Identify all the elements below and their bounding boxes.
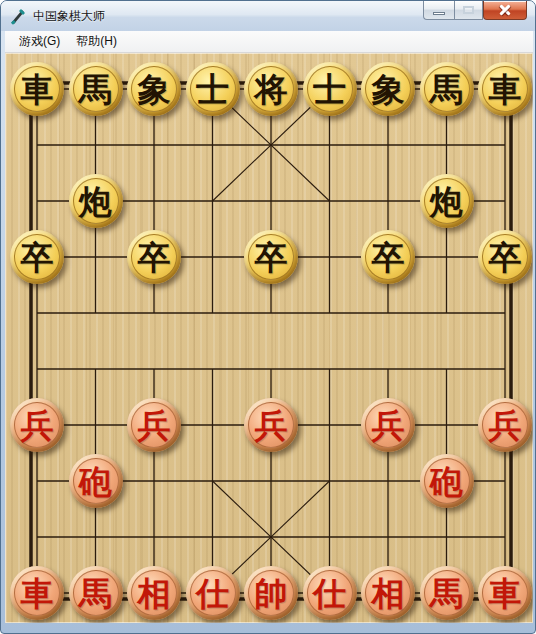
piece-black-elephant[interactable]: 象 <box>361 62 415 116</box>
piece-red-horse[interactable]: 馬 <box>420 566 474 620</box>
piece-glyph: 兵 <box>365 402 411 448</box>
piece-glyph: 兵 <box>248 402 294 448</box>
piece-glyph: 馬 <box>424 570 470 616</box>
minimize-icon <box>433 12 445 15</box>
piece-glyph: 帥 <box>248 570 294 616</box>
piece-glyph: 仕 <box>190 570 236 616</box>
piece-glyph: 卒 <box>365 234 411 280</box>
piece-glyph: 馬 <box>73 66 119 112</box>
piece-glyph: 車 <box>14 66 60 112</box>
piece-glyph: 将 <box>248 66 294 112</box>
piece-red-soldier[interactable]: 兵 <box>361 398 415 452</box>
piece-glyph: 象 <box>365 66 411 112</box>
minimize-button[interactable] <box>423 1 454 20</box>
piece-glyph: 卒 <box>248 234 294 280</box>
piece-black-soldier[interactable]: 卒 <box>478 230 532 284</box>
piece-glyph: 兵 <box>482 402 528 448</box>
piece-red-horse[interactable]: 馬 <box>69 566 123 620</box>
piece-black-general[interactable]: 将 <box>244 62 298 116</box>
piece-red-chariot[interactable]: 車 <box>478 566 532 620</box>
piece-glyph: 相 <box>131 570 177 616</box>
piece-glyph: 炮 <box>424 178 470 224</box>
piece-red-cannon[interactable]: 砲 <box>420 454 474 508</box>
piece-glyph: 車 <box>482 570 528 616</box>
piece-glyph: 兵 <box>131 402 177 448</box>
menubar: 游戏(G) 帮助(H) <box>5 31 533 53</box>
piece-red-soldier[interactable]: 兵 <box>10 398 64 452</box>
piece-glyph: 卒 <box>14 234 60 280</box>
menu-item-help[interactable]: 帮助(H) <box>68 30 125 53</box>
piece-glyph: 砲 <box>73 458 119 504</box>
piece-glyph: 馬 <box>73 570 119 616</box>
piece-red-soldier[interactable]: 兵 <box>478 398 532 452</box>
close-button[interactable] <box>483 1 527 20</box>
piece-glyph: 馬 <box>424 66 470 112</box>
piece-red-soldier[interactable]: 兵 <box>127 398 181 452</box>
piece-black-advisor[interactable]: 士 <box>186 62 240 116</box>
piece-glyph: 卒 <box>482 234 528 280</box>
piece-black-chariot[interactable]: 車 <box>10 62 64 116</box>
piece-red-elephant[interactable]: 相 <box>127 566 181 620</box>
piece-glyph: 士 <box>190 66 236 112</box>
piece-red-advisor[interactable]: 仕 <box>303 566 357 620</box>
piece-red-cannon[interactable]: 砲 <box>69 454 123 508</box>
piece-black-cannon[interactable]: 炮 <box>420 174 474 228</box>
app-window: 中国象棋大师 游戏(G) 帮助(H) 車馬象士将士象馬車炮炮卒卒卒卒卒兵兵兵兵兵… <box>0 0 536 634</box>
piece-glyph: 象 <box>131 66 177 112</box>
piece-red-general[interactable]: 帥 <box>244 566 298 620</box>
piece-glyph: 卒 <box>131 234 177 280</box>
board-grid <box>5 53 533 623</box>
piece-black-soldier[interactable]: 卒 <box>244 230 298 284</box>
piece-glyph: 士 <box>307 66 353 112</box>
piece-glyph: 仕 <box>307 570 353 616</box>
piece-red-soldier[interactable]: 兵 <box>244 398 298 452</box>
piece-red-chariot[interactable]: 車 <box>10 566 64 620</box>
piece-black-advisor[interactable]: 士 <box>303 62 357 116</box>
xiangqi-board[interactable]: 車馬象士将士象馬車炮炮卒卒卒卒卒兵兵兵兵兵砲砲車馬相仕帥仕相馬車 <box>5 53 533 623</box>
titlebar[interactable]: 中国象棋大师 <box>1 1 535 31</box>
piece-black-horse[interactable]: 馬 <box>69 62 123 116</box>
piece-black-chariot[interactable]: 車 <box>478 62 532 116</box>
menu-item-game[interactable]: 游戏(G) <box>11 30 68 53</box>
piece-black-soldier[interactable]: 卒 <box>361 230 415 284</box>
maximize-button[interactable] <box>454 1 483 20</box>
piece-red-advisor[interactable]: 仕 <box>186 566 240 620</box>
piece-black-soldier[interactable]: 卒 <box>10 230 64 284</box>
piece-black-horse[interactable]: 馬 <box>420 62 474 116</box>
piece-black-elephant[interactable]: 象 <box>127 62 181 116</box>
piece-glyph: 車 <box>14 570 60 616</box>
piece-glyph: 車 <box>482 66 528 112</box>
piece-red-elephant[interactable]: 相 <box>361 566 415 620</box>
piece-glyph: 炮 <box>73 178 119 224</box>
piece-black-cannon[interactable]: 炮 <box>69 174 123 228</box>
piece-glyph: 相 <box>365 570 411 616</box>
piece-glyph: 兵 <box>14 402 60 448</box>
maximize-icon <box>463 6 474 14</box>
app-icon <box>9 7 27 25</box>
piece-glyph: 砲 <box>424 458 470 504</box>
caption-buttons <box>423 1 527 20</box>
window-title: 中国象棋大师 <box>33 8 105 25</box>
piece-black-soldier[interactable]: 卒 <box>127 230 181 284</box>
